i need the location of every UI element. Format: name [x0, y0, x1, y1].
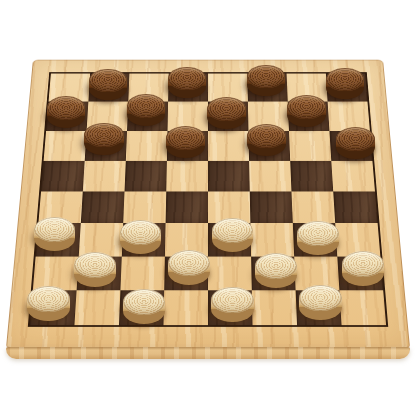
piece-top-rings: [299, 285, 342, 312]
light-checker-piece[interactable]: [74, 252, 116, 287]
light-checker-piece[interactable]: [342, 251, 384, 286]
light-checker-piece[interactable]: [255, 253, 297, 288]
light-checker-piece[interactable]: [120, 220, 161, 254]
dark-checker-piece[interactable]: [287, 95, 326, 127]
piece-top-rings: [120, 220, 161, 246]
light-checker-piece[interactable]: [211, 287, 254, 322]
light-checker-piece[interactable]: [27, 286, 70, 321]
dark-checker-piece[interactable]: [47, 96, 86, 128]
light-checker-piece[interactable]: [212, 218, 253, 252]
piece-top-rings: [326, 68, 364, 92]
piece-top-rings: [166, 126, 205, 150]
piece-top-rings: [207, 97, 246, 121]
photo-white-background: [0, 0, 416, 416]
piece-top-rings: [211, 287, 254, 314]
piece-top-rings: [27, 286, 70, 313]
light-checker-piece[interactable]: [34, 217, 75, 251]
light-checker-piece[interactable]: [299, 285, 342, 320]
dark-checker-piece[interactable]: [336, 127, 375, 160]
dark-checker-piece[interactable]: [326, 68, 364, 100]
dark-checker-piece[interactable]: [89, 69, 127, 101]
piece-top-rings: [342, 251, 384, 277]
piece-top-rings: [84, 123, 123, 147]
piece-top-rings: [297, 221, 338, 247]
dark-checker-piece[interactable]: [207, 97, 246, 129]
dark-checker-piece[interactable]: [247, 124, 286, 157]
light-checker-piece[interactable]: [297, 221, 338, 255]
dark-checker-piece[interactable]: [166, 126, 205, 159]
dark-checker-piece[interactable]: [168, 67, 206, 99]
dark-checker-piece[interactable]: [84, 123, 123, 156]
dark-checker-piece[interactable]: [247, 65, 285, 97]
pieces-layer: [0, 0, 416, 416]
light-checker-piece[interactable]: [168, 250, 210, 285]
light-checker-piece[interactable]: [123, 289, 166, 324]
piece-top-rings: [336, 127, 375, 151]
dark-checker-piece[interactable]: [127, 94, 166, 126]
